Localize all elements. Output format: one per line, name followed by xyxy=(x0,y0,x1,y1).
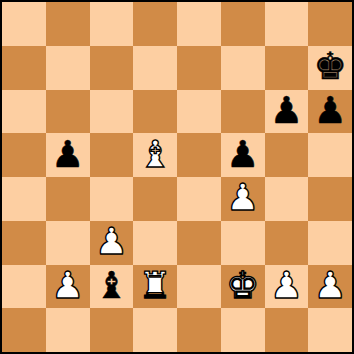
white-pawn-piece[interactable]: ♟ xyxy=(226,179,259,216)
square-d3[interactable] xyxy=(133,221,177,265)
white-pawn-piece[interactable]: ♟ xyxy=(51,267,84,304)
square-b2[interactable]: ♟ xyxy=(46,265,90,309)
square-f6[interactable] xyxy=(221,90,265,134)
square-d8[interactable] xyxy=(133,2,177,46)
square-d5[interactable]: ♝ xyxy=(133,133,177,177)
square-b3[interactable] xyxy=(46,221,90,265)
chess-board-frame: ♚♟♟♟♝♟♟♟♟♝♜♚♟♟ xyxy=(0,0,354,354)
square-a4[interactable] xyxy=(2,177,46,221)
square-a5[interactable] xyxy=(2,133,46,177)
black-king-piece[interactable]: ♚ xyxy=(314,48,347,85)
square-b4[interactable] xyxy=(46,177,90,221)
square-h2[interactable]: ♟ xyxy=(308,265,352,309)
square-d7[interactable] xyxy=(133,46,177,90)
square-g3[interactable] xyxy=(265,221,309,265)
square-b1[interactable] xyxy=(46,308,90,352)
square-c7[interactable] xyxy=(90,46,134,90)
black-pawn-piece[interactable]: ♟ xyxy=(51,136,84,173)
square-g1[interactable] xyxy=(265,308,309,352)
square-a3[interactable] xyxy=(2,221,46,265)
black-pawn-piece[interactable]: ♟ xyxy=(226,136,259,173)
square-b8[interactable] xyxy=(46,2,90,46)
square-d6[interactable] xyxy=(133,90,177,134)
square-a2[interactable] xyxy=(2,265,46,309)
square-e8[interactable] xyxy=(177,2,221,46)
white-bishop-piece[interactable]: ♝ xyxy=(139,136,172,173)
white-pawn-piece[interactable]: ♟ xyxy=(314,267,347,304)
square-b5[interactable]: ♟ xyxy=(46,133,90,177)
square-a6[interactable] xyxy=(2,90,46,134)
square-e6[interactable] xyxy=(177,90,221,134)
square-d2[interactable]: ♜ xyxy=(133,265,177,309)
square-a1[interactable] xyxy=(2,308,46,352)
square-g4[interactable] xyxy=(265,177,309,221)
square-a8[interactable] xyxy=(2,2,46,46)
square-h3[interactable] xyxy=(308,221,352,265)
square-e4[interactable] xyxy=(177,177,221,221)
square-b7[interactable] xyxy=(46,46,90,90)
square-h6[interactable]: ♟ xyxy=(308,90,352,134)
square-a7[interactable] xyxy=(2,46,46,90)
square-f1[interactable] xyxy=(221,308,265,352)
white-pawn-piece[interactable]: ♟ xyxy=(95,223,128,260)
square-h8[interactable] xyxy=(308,2,352,46)
square-h4[interactable] xyxy=(308,177,352,221)
square-e3[interactable] xyxy=(177,221,221,265)
square-f2[interactable]: ♚ xyxy=(221,265,265,309)
square-f8[interactable] xyxy=(221,2,265,46)
square-e5[interactable] xyxy=(177,133,221,177)
square-c6[interactable] xyxy=(90,90,134,134)
square-h5[interactable] xyxy=(308,133,352,177)
square-e7[interactable] xyxy=(177,46,221,90)
square-b6[interactable] xyxy=(46,90,90,134)
square-c3[interactable]: ♟ xyxy=(90,221,134,265)
white-pawn-piece[interactable]: ♟ xyxy=(270,267,303,304)
square-h1[interactable] xyxy=(308,308,352,352)
square-d4[interactable] xyxy=(133,177,177,221)
square-c4[interactable] xyxy=(90,177,134,221)
square-h7[interactable]: ♚ xyxy=(308,46,352,90)
square-e1[interactable] xyxy=(177,308,221,352)
white-rook-piece[interactable]: ♜ xyxy=(139,267,172,304)
white-king-piece[interactable]: ♚ xyxy=(226,267,259,304)
chess-board: ♚♟♟♟♝♟♟♟♟♝♜♚♟♟ xyxy=(2,2,352,352)
square-g8[interactable] xyxy=(265,2,309,46)
square-d1[interactable] xyxy=(133,308,177,352)
black-bishop-piece[interactable]: ♝ xyxy=(95,267,128,304)
square-g2[interactable]: ♟ xyxy=(265,265,309,309)
square-g6[interactable]: ♟ xyxy=(265,90,309,134)
square-f3[interactable] xyxy=(221,221,265,265)
square-c5[interactable] xyxy=(90,133,134,177)
square-g5[interactable] xyxy=(265,133,309,177)
square-c1[interactable] xyxy=(90,308,134,352)
square-g7[interactable] xyxy=(265,46,309,90)
square-c2[interactable]: ♝ xyxy=(90,265,134,309)
square-f4[interactable]: ♟ xyxy=(221,177,265,221)
square-f5[interactable]: ♟ xyxy=(221,133,265,177)
black-pawn-piece[interactable]: ♟ xyxy=(270,92,303,129)
square-c8[interactable] xyxy=(90,2,134,46)
square-e2[interactable] xyxy=(177,265,221,309)
black-pawn-piece[interactable]: ♟ xyxy=(314,92,347,129)
square-f7[interactable] xyxy=(221,46,265,90)
